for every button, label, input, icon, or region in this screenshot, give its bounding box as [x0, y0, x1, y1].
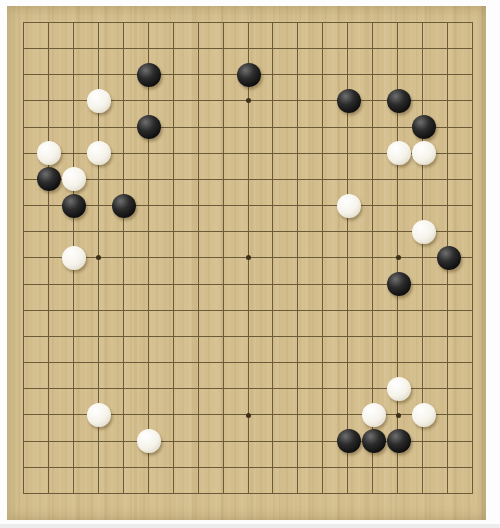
white-stone[interactable]: ○ — [337, 194, 361, 218]
white-stone[interactable]: ○ — [87, 403, 111, 427]
black-stone[interactable]: ● — [112, 194, 136, 218]
white-stone[interactable]: ○ — [137, 429, 161, 453]
white-stone[interactable]: ○ — [37, 141, 61, 165]
white-stone[interactable]: ○ — [362, 403, 386, 427]
star-point — [246, 255, 251, 260]
star-point — [396, 413, 401, 418]
white-stone[interactable]: ○ — [412, 220, 436, 244]
black-stone[interactable]: ● — [387, 272, 411, 296]
white-stone[interactable]: ○ — [87, 141, 111, 165]
black-stone[interactable]: ● — [62, 194, 86, 218]
star-point — [96, 255, 101, 260]
black-stone[interactable]: ● — [387, 429, 411, 453]
black-stone[interactable]: ● — [412, 115, 436, 139]
go-board[interactable]: ●●●●●●●●●●●●●●○○○○○○○○○○○○○○ — [7, 6, 486, 520]
black-stone[interactable]: ● — [237, 63, 261, 87]
screenshot-bottom-edge — [0, 524, 500, 528]
white-stone[interactable]: ○ — [412, 403, 436, 427]
board-points-layer[interactable]: ●●●●●●●●●●●●●●○○○○○○○○○○○○○○ — [11, 9, 486, 507]
white-stone[interactable]: ○ — [62, 246, 86, 270]
white-stone[interactable]: ○ — [387, 141, 411, 165]
go-game-screenshot: ●●●●●●●●●●●●●●○○○○○○○○○○○○○○ — [0, 0, 500, 528]
white-stone[interactable]: ○ — [87, 89, 111, 113]
black-stone[interactable]: ● — [362, 429, 386, 453]
star-point — [246, 98, 251, 103]
star-point — [396, 255, 401, 260]
white-stone[interactable]: ○ — [412, 141, 436, 165]
black-stone[interactable]: ● — [137, 115, 161, 139]
white-stone[interactable]: ○ — [387, 377, 411, 401]
black-stone[interactable]: ● — [137, 63, 161, 87]
white-stone[interactable]: ○ — [62, 167, 86, 191]
black-stone[interactable]: ● — [337, 429, 361, 453]
black-stone[interactable]: ● — [337, 89, 361, 113]
black-stone[interactable]: ● — [37, 167, 61, 191]
star-point — [246, 413, 251, 418]
black-stone[interactable]: ● — [387, 89, 411, 113]
black-stone[interactable]: ● — [437, 246, 461, 270]
